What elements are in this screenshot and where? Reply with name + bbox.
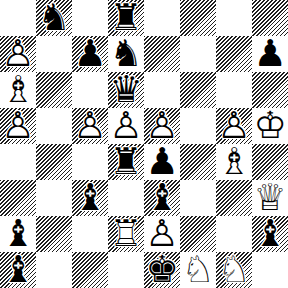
square-e8[interactable] bbox=[144, 0, 180, 36]
black-rook-icon: ♜ bbox=[108, 0, 144, 36]
piece-black-pawn-e4: ♟♟ bbox=[144, 144, 180, 180]
piece-white-bishop-g4: ♝♗ bbox=[216, 144, 252, 180]
white-bishop-icon: ♗ bbox=[0, 72, 36, 108]
piece-black-king-e1: ♚♚ bbox=[144, 252, 180, 288]
square-e3[interactable]: ♝♝ bbox=[144, 180, 180, 216]
piece-black-knight-d7: ♞♞ bbox=[108, 36, 144, 72]
square-h8[interactable] bbox=[252, 0, 288, 36]
black-bishop-icon: ♝ bbox=[0, 216, 36, 252]
square-f5[interactable] bbox=[180, 108, 216, 144]
square-h6[interactable] bbox=[252, 72, 288, 108]
black-pawn-icon: ♟ bbox=[144, 144, 180, 180]
square-g3[interactable] bbox=[216, 180, 252, 216]
white-pawn-icon: ♙ bbox=[144, 108, 180, 144]
piece-white-king-h5: ♚♔ bbox=[252, 108, 288, 144]
square-e4[interactable]: ♟♟ bbox=[144, 144, 180, 180]
white-bishop-icon: ♝ bbox=[216, 144, 252, 180]
square-f7[interactable] bbox=[180, 36, 216, 72]
square-d3[interactable] bbox=[108, 180, 144, 216]
black-bishop-icon: ♝ bbox=[72, 180, 108, 216]
piece-white-pawn-c5: ♟♙ bbox=[72, 108, 108, 144]
black-knight-icon: ♞ bbox=[36, 0, 72, 36]
white-pawn-icon: ♟ bbox=[108, 108, 144, 144]
square-f1[interactable]: ♞♘ bbox=[180, 252, 216, 288]
square-b6[interactable] bbox=[36, 72, 72, 108]
piece-white-pawn-e2: ♟♙ bbox=[144, 216, 180, 252]
white-pawn-icon: ♙ bbox=[144, 216, 180, 252]
white-pawn-icon: ♟ bbox=[0, 108, 36, 144]
white-knight-icon: ♞ bbox=[216, 252, 252, 288]
square-c8[interactable] bbox=[72, 0, 108, 36]
white-pawn-icon: ♟ bbox=[144, 216, 180, 252]
square-a2[interactable]: ♝♝ bbox=[0, 216, 36, 252]
piece-black-rook-d4: ♜♜ bbox=[108, 144, 144, 180]
square-a1[interactable]: ♝♝ bbox=[0, 252, 36, 288]
white-queen-icon: ♕ bbox=[252, 180, 288, 216]
square-c3[interactable]: ♝♝ bbox=[72, 180, 108, 216]
square-g7[interactable] bbox=[216, 36, 252, 72]
black-pawn-icon: ♟ bbox=[252, 36, 288, 72]
black-king-icon: ♚ bbox=[144, 252, 180, 288]
black-knight-icon: ♞ bbox=[36, 0, 72, 36]
piece-white-knight-f1: ♞♘ bbox=[180, 252, 216, 288]
square-b3[interactable] bbox=[36, 180, 72, 216]
piece-white-knight-g1: ♞♘ bbox=[216, 252, 252, 288]
black-bishop-icon: ♝ bbox=[0, 216, 36, 252]
square-c5[interactable]: ♟♙ bbox=[72, 108, 108, 144]
square-g5[interactable]: ♟♙ bbox=[216, 108, 252, 144]
black-bishop-icon: ♝ bbox=[252, 216, 288, 252]
black-bishop-icon: ♝ bbox=[0, 252, 36, 288]
square-a8[interactable] bbox=[0, 0, 36, 36]
square-d6[interactable]: ♛♛ bbox=[108, 72, 144, 108]
piece-black-pawn-c7: ♟♟ bbox=[72, 36, 108, 72]
square-c6[interactable] bbox=[72, 72, 108, 108]
square-f6[interactable] bbox=[180, 72, 216, 108]
piece-white-pawn-a5: ♟♙ bbox=[0, 108, 36, 144]
piece-black-bishop-c3: ♝♝ bbox=[72, 180, 108, 216]
white-pawn-icon: ♙ bbox=[216, 108, 252, 144]
square-d8[interactable]: ♜♜ bbox=[108, 0, 144, 36]
square-b7[interactable] bbox=[36, 36, 72, 72]
black-pawn-icon: ♟ bbox=[72, 36, 108, 72]
square-g2[interactable] bbox=[216, 216, 252, 252]
black-king-icon: ♚ bbox=[144, 252, 180, 288]
square-d2[interactable]: ♜♖ bbox=[108, 216, 144, 252]
piece-black-bishop-h2: ♝♝ bbox=[252, 216, 288, 252]
square-d5[interactable]: ♟♙ bbox=[108, 108, 144, 144]
white-pawn-icon: ♟ bbox=[0, 36, 36, 72]
white-pawn-icon: ♙ bbox=[0, 108, 36, 144]
white-pawn-icon: ♟ bbox=[216, 108, 252, 144]
black-queen-icon: ♛ bbox=[108, 72, 144, 108]
black-rook-icon: ♜ bbox=[108, 144, 144, 180]
piece-white-pawn-a7: ♟♙ bbox=[0, 36, 36, 72]
square-e1[interactable]: ♚♚ bbox=[144, 252, 180, 288]
black-queen-icon: ♛ bbox=[108, 72, 144, 108]
square-h2[interactable]: ♝♝ bbox=[252, 216, 288, 252]
square-e6[interactable] bbox=[144, 72, 180, 108]
white-pawn-icon: ♙ bbox=[0, 36, 36, 72]
square-a3[interactable] bbox=[0, 180, 36, 216]
black-bishop-icon: ♝ bbox=[144, 180, 180, 216]
square-b2[interactable] bbox=[36, 216, 72, 252]
square-f2[interactable] bbox=[180, 216, 216, 252]
piece-white-pawn-d5: ♟♙ bbox=[108, 108, 144, 144]
piece-white-pawn-g5: ♟♙ bbox=[216, 108, 252, 144]
square-b5[interactable] bbox=[36, 108, 72, 144]
square-g8[interactable] bbox=[216, 0, 252, 36]
piece-black-bishop-a2: ♝♝ bbox=[0, 216, 36, 252]
black-pawn-icon: ♟ bbox=[72, 36, 108, 72]
square-f3[interactable] bbox=[180, 180, 216, 216]
white-pawn-icon: ♟ bbox=[72, 108, 108, 144]
black-bishop-icon: ♝ bbox=[0, 252, 36, 288]
square-a6[interactable]: ♝♗ bbox=[0, 72, 36, 108]
white-pawn-icon: ♟ bbox=[144, 108, 180, 144]
square-a5[interactable]: ♟♙ bbox=[0, 108, 36, 144]
white-knight-icon: ♘ bbox=[180, 252, 216, 288]
square-f4[interactable] bbox=[180, 144, 216, 180]
square-h5[interactable]: ♚♔ bbox=[252, 108, 288, 144]
piece-black-bishop-a1: ♝♝ bbox=[0, 252, 36, 288]
square-e2[interactable]: ♟♙ bbox=[144, 216, 180, 252]
piece-white-bishop-a6: ♝♗ bbox=[0, 72, 36, 108]
piece-black-queen-d6: ♛♛ bbox=[108, 72, 144, 108]
square-g6[interactable] bbox=[216, 72, 252, 108]
white-rook-icon: ♜ bbox=[108, 216, 144, 252]
piece-black-pawn-h7: ♟♟ bbox=[252, 36, 288, 72]
white-pawn-icon: ♙ bbox=[108, 108, 144, 144]
white-knight-icon: ♘ bbox=[216, 252, 252, 288]
white-bishop-icon: ♝ bbox=[0, 72, 36, 108]
square-b4[interactable] bbox=[36, 144, 72, 180]
square-h4[interactable] bbox=[252, 144, 288, 180]
square-a7[interactable]: ♟♙ bbox=[0, 36, 36, 72]
square-b8[interactable]: ♞♞ bbox=[36, 0, 72, 36]
square-e5[interactable]: ♟♙ bbox=[144, 108, 180, 144]
piece-white-pawn-e5: ♟♙ bbox=[144, 108, 180, 144]
black-bishop-icon: ♝ bbox=[144, 180, 180, 216]
square-a4[interactable] bbox=[0, 144, 36, 180]
white-knight-icon: ♞ bbox=[180, 252, 216, 288]
square-h7[interactable]: ♟♟ bbox=[252, 36, 288, 72]
black-rook-icon: ♜ bbox=[108, 144, 144, 180]
piece-black-knight-b8: ♞♞ bbox=[36, 0, 72, 36]
black-rook-icon: ♜ bbox=[108, 0, 144, 36]
square-c4[interactable] bbox=[72, 144, 108, 180]
square-d4[interactable]: ♜♜ bbox=[108, 144, 144, 180]
piece-white-rook-d2: ♜♖ bbox=[108, 216, 144, 252]
piece-black-rook-d8: ♜♜ bbox=[108, 0, 144, 36]
square-b1[interactable] bbox=[36, 252, 72, 288]
white-king-icon: ♚ bbox=[252, 108, 288, 144]
square-c2[interactable] bbox=[72, 216, 108, 252]
chess-board: ♞♞♜♜♟♙♟♟♞♞♟♟♝♗♛♛♟♙♟♙♟♙♟♙♟♙♚♔♜♜♟♟♝♗♝♝♝♝♛♕… bbox=[0, 0, 288, 288]
square-c1[interactable] bbox=[72, 252, 108, 288]
square-e7[interactable] bbox=[144, 36, 180, 72]
square-h3[interactable]: ♛♕ bbox=[252, 180, 288, 216]
black-bishop-icon: ♝ bbox=[72, 180, 108, 216]
white-bishop-icon: ♗ bbox=[216, 144, 252, 180]
square-d1[interactable] bbox=[108, 252, 144, 288]
black-knight-icon: ♞ bbox=[108, 36, 144, 72]
white-pawn-icon: ♙ bbox=[72, 108, 108, 144]
black-pawn-icon: ♟ bbox=[144, 144, 180, 180]
square-f8[interactable] bbox=[180, 0, 216, 36]
piece-white-queen-h3: ♛♕ bbox=[252, 180, 288, 216]
black-bishop-icon: ♝ bbox=[252, 216, 288, 252]
black-pawn-icon: ♟ bbox=[252, 36, 288, 72]
black-knight-icon: ♞ bbox=[108, 36, 144, 72]
square-g4[interactable]: ♝♗ bbox=[216, 144, 252, 180]
white-rook-icon: ♖ bbox=[108, 216, 144, 252]
square-c7[interactable]: ♟♟ bbox=[72, 36, 108, 72]
piece-black-bishop-e3: ♝♝ bbox=[144, 180, 180, 216]
square-d7[interactable]: ♞♞ bbox=[108, 36, 144, 72]
white-queen-icon: ♛ bbox=[252, 180, 288, 216]
white-king-icon: ♔ bbox=[252, 108, 288, 144]
square-g1[interactable]: ♞♘ bbox=[216, 252, 252, 288]
square-h1[interactable] bbox=[252, 252, 288, 288]
